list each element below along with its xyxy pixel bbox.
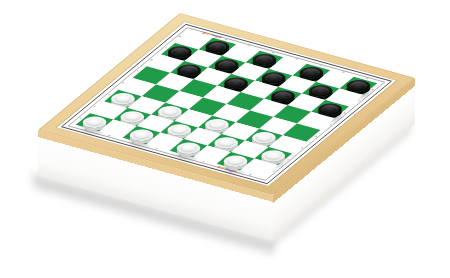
coordinate-label: c: [248, 45, 252, 47]
brand-logo-letter: o: [232, 169, 238, 172]
coordinate-label: 2: [285, 159, 289, 161]
coordinate-label: c: [131, 141, 135, 143]
coordinate-label: 4: [314, 135, 318, 137]
coordinate-label: d: [154, 148, 158, 150]
coordinate-label: 8: [371, 89, 375, 91]
coordinate-label: d: [271, 52, 275, 54]
coordinate-label: b: [224, 39, 228, 41]
product-scene: ⛃⛃⛃⛃⛃⛃⛃⛃⛃⛃⛃⛃⛂⛂⛂⛂⛂⛂⛂⛂⛂⛂⛂⛂ xalingo xalingo…: [0, 0, 450, 278]
coordinate-label: 6: [342, 112, 346, 114]
coordinate-label: 7: [356, 100, 360, 102]
coordinate-label: 5: [328, 124, 332, 126]
coordinate-label: g: [341, 71, 345, 73]
brand-logo-letter: o: [217, 35, 223, 38]
coordinate-label: a: [84, 128, 88, 130]
coordinate-label: e: [294, 58, 298, 60]
coordinate-label: e: [178, 154, 182, 156]
coordinate-label: 3: [300, 147, 304, 149]
coordinate-label: f: [202, 161, 205, 163]
coordinate-label: 1: [271, 171, 275, 173]
coordinate-label: h: [248, 174, 252, 176]
coordinate-label: b: [107, 135, 111, 137]
coordinate-label: h: [365, 78, 369, 80]
